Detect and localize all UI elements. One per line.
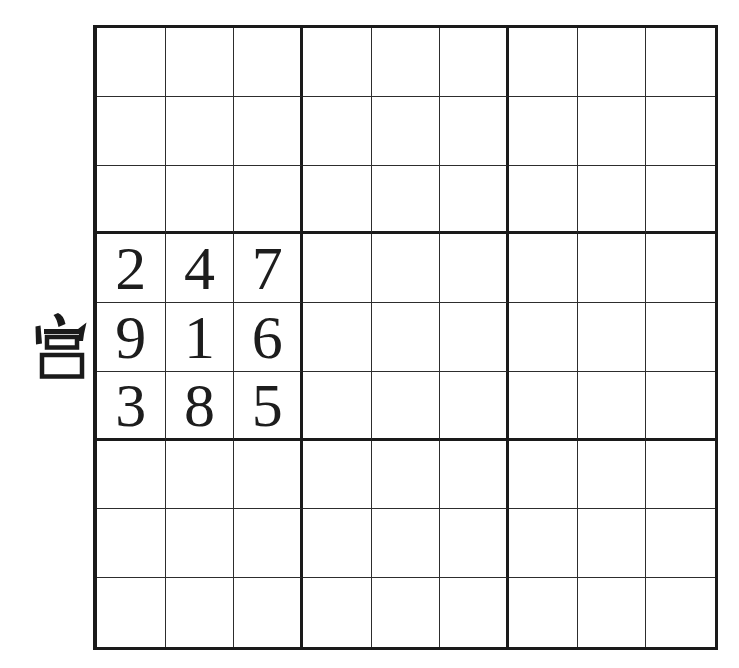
cell-r6c8[interactable] bbox=[578, 372, 647, 441]
cell-r9c3[interactable] bbox=[234, 578, 303, 647]
cell-r6c2[interactable]: 8 bbox=[166, 372, 235, 441]
cell-r6c9[interactable] bbox=[646, 372, 715, 441]
cell-r7c4[interactable] bbox=[303, 441, 372, 510]
cell-r5c4[interactable] bbox=[303, 303, 372, 372]
sudoku-board: 247916385 bbox=[93, 25, 718, 650]
cell-r9c8[interactable] bbox=[578, 578, 647, 647]
cell-r4c3[interactable]: 7 bbox=[234, 234, 303, 303]
cell-r5c8[interactable] bbox=[578, 303, 647, 372]
cell-r8c1[interactable] bbox=[97, 509, 166, 578]
cell-r2c6[interactable] bbox=[440, 97, 509, 166]
cell-r7c3[interactable] bbox=[234, 441, 303, 510]
cell-r7c9[interactable] bbox=[646, 441, 715, 510]
box-label bbox=[34, 313, 87, 379]
cell-r1c1[interactable] bbox=[97, 28, 166, 97]
cell-r8c8[interactable] bbox=[578, 509, 647, 578]
cell-r5c3[interactable]: 6 bbox=[234, 303, 303, 372]
cell-r3c4[interactable] bbox=[303, 166, 372, 235]
cell-r5c1[interactable]: 9 bbox=[97, 303, 166, 372]
cell-r6c1[interactable]: 3 bbox=[97, 372, 166, 441]
cell-r7c8[interactable] bbox=[578, 441, 647, 510]
cell-r4c6[interactable] bbox=[440, 234, 509, 303]
cell-r1c2[interactable] bbox=[166, 28, 235, 97]
cell-r7c5[interactable] bbox=[372, 441, 441, 510]
cell-r9c5[interactable] bbox=[372, 578, 441, 647]
cell-r1c7[interactable] bbox=[509, 28, 578, 97]
cell-r6c6[interactable] bbox=[440, 372, 509, 441]
cell-r1c6[interactable] bbox=[440, 28, 509, 97]
cell-r1c5[interactable] bbox=[372, 28, 441, 97]
cell-r9c9[interactable] bbox=[646, 578, 715, 647]
cell-r8c3[interactable] bbox=[234, 509, 303, 578]
page: 247916385 bbox=[0, 0, 739, 668]
cell-r7c1[interactable] bbox=[97, 441, 166, 510]
cell-r3c3[interactable] bbox=[234, 166, 303, 235]
cell-r6c5[interactable] bbox=[372, 372, 441, 441]
cell-r5c7[interactable] bbox=[509, 303, 578, 372]
cell-r9c6[interactable] bbox=[440, 578, 509, 647]
cell-r3c1[interactable] bbox=[97, 166, 166, 235]
cell-r8c9[interactable] bbox=[646, 509, 715, 578]
cell-r5c2[interactable]: 1 bbox=[166, 303, 235, 372]
cell-r1c4[interactable] bbox=[303, 28, 372, 97]
cell-r9c7[interactable] bbox=[509, 578, 578, 647]
cell-r2c8[interactable] bbox=[578, 97, 647, 166]
cell-r8c5[interactable] bbox=[372, 509, 441, 578]
cell-r3c6[interactable] bbox=[440, 166, 509, 235]
cell-r4c8[interactable] bbox=[578, 234, 647, 303]
cell-r8c6[interactable] bbox=[440, 509, 509, 578]
cell-r9c4[interactable] bbox=[303, 578, 372, 647]
cell-r1c9[interactable] bbox=[646, 28, 715, 97]
cell-r3c7[interactable] bbox=[509, 166, 578, 235]
cell-r5c6[interactable] bbox=[440, 303, 509, 372]
cell-r3c5[interactable] bbox=[372, 166, 441, 235]
cell-r2c2[interactable] bbox=[166, 97, 235, 166]
cell-r9c1[interactable] bbox=[97, 578, 166, 647]
cell-r9c2[interactable] bbox=[166, 578, 235, 647]
cell-r8c2[interactable] bbox=[166, 509, 235, 578]
cell-r2c3[interactable] bbox=[234, 97, 303, 166]
cell-r7c2[interactable] bbox=[166, 441, 235, 510]
cell-r2c9[interactable] bbox=[646, 97, 715, 166]
cell-r4c5[interactable] bbox=[372, 234, 441, 303]
cell-r2c4[interactable] bbox=[303, 97, 372, 166]
cell-r4c2[interactable]: 4 bbox=[166, 234, 235, 303]
cell-r3c8[interactable] bbox=[578, 166, 647, 235]
cell-r5c9[interactable] bbox=[646, 303, 715, 372]
cell-r5c5[interactable] bbox=[372, 303, 441, 372]
cell-r4c1[interactable]: 2 bbox=[97, 234, 166, 303]
cell-r6c7[interactable] bbox=[509, 372, 578, 441]
cell-r2c7[interactable] bbox=[509, 97, 578, 166]
cell-r4c7[interactable] bbox=[509, 234, 578, 303]
cell-r1c3[interactable] bbox=[234, 28, 303, 97]
cell-r6c4[interactable] bbox=[303, 372, 372, 441]
cell-r3c9[interactable] bbox=[646, 166, 715, 235]
cell-r6c3[interactable]: 5 bbox=[234, 372, 303, 441]
cell-r4c9[interactable] bbox=[646, 234, 715, 303]
cell-r7c6[interactable] bbox=[440, 441, 509, 510]
cell-r8c7[interactable] bbox=[509, 509, 578, 578]
cell-r4c4[interactable] bbox=[303, 234, 372, 303]
cell-r2c5[interactable] bbox=[372, 97, 441, 166]
gong-character-icon bbox=[34, 313, 87, 379]
cell-r1c8[interactable] bbox=[578, 28, 647, 97]
cell-r8c4[interactable] bbox=[303, 509, 372, 578]
cell-r2c1[interactable] bbox=[97, 97, 166, 166]
cell-r7c7[interactable] bbox=[509, 441, 578, 510]
cell-r3c2[interactable] bbox=[166, 166, 235, 235]
